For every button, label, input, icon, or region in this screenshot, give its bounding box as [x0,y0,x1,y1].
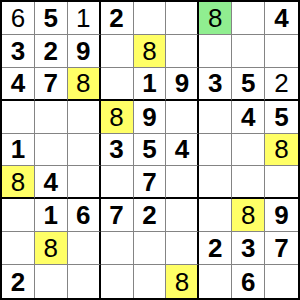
cell-r2c9[interactable] [265,35,298,68]
cell-r2c5[interactable]: 8 [134,35,167,68]
cell-r2c8[interactable] [232,35,265,68]
cell-r8c9[interactable]: 7 [265,232,298,265]
cell-r4c5[interactable]: 9 [134,101,167,134]
cell-r9c5[interactable] [134,265,167,298]
cell-r5c2[interactable] [35,134,68,167]
cell-r5c6[interactable]: 4 [166,134,199,167]
cell-r3c9[interactable]: 2 [265,68,298,101]
cell-r8c3[interactable] [68,232,101,265]
cell-r2c2[interactable]: 2 [35,35,68,68]
cell-r5c7[interactable] [199,134,232,167]
cell-r9c9[interactable] [265,265,298,298]
cell-r6c1[interactable]: 8 [2,166,35,199]
cell-r7c3[interactable]: 6 [68,199,101,232]
cell-r3c6[interactable]: 9 [166,68,199,101]
cell-r5c9[interactable]: 8 [265,134,298,167]
cell-r9c6[interactable]: 8 [166,265,199,298]
sudoku-board: 6512843298478193528945135488471672898237… [0,0,300,300]
cell-r7c5[interactable]: 2 [134,199,167,232]
cell-r3c1[interactable]: 4 [2,68,35,101]
cell-r3c4[interactable] [101,68,134,101]
cell-r8c2[interactable]: 8 [35,232,68,265]
cell-r6c6[interactable] [166,166,199,199]
cell-r5c8[interactable] [232,134,265,167]
cell-r1c5[interactable] [134,2,167,35]
cell-r9c7[interactable] [199,265,232,298]
cell-r8c6[interactable] [166,232,199,265]
cell-r2c6[interactable] [166,35,199,68]
cell-r9c1[interactable]: 2 [2,265,35,298]
cell-r8c8[interactable]: 3 [232,232,265,265]
cell-r5c1[interactable]: 1 [2,134,35,167]
cell-r6c8[interactable] [232,166,265,199]
cell-r1c6[interactable] [166,2,199,35]
cell-r6c4[interactable] [101,166,134,199]
cell-r8c5[interactable] [134,232,167,265]
cell-r4c8[interactable]: 4 [232,101,265,134]
cell-r7c4[interactable]: 7 [101,199,134,232]
cell-r4c3[interactable] [68,101,101,134]
cell-r1c2[interactable]: 5 [35,2,68,35]
cell-r7c9[interactable]: 9 [265,199,298,232]
cell-r4c2[interactable] [35,101,68,134]
cell-r4c1[interactable] [2,101,35,134]
cell-r8c7[interactable]: 2 [199,232,232,265]
cell-r8c4[interactable] [101,232,134,265]
cell-r6c3[interactable] [68,166,101,199]
cell-r7c1[interactable] [2,199,35,232]
cell-r2c7[interactable] [199,35,232,68]
cell-r1c3[interactable]: 1 [68,2,101,35]
cell-r3c5[interactable]: 1 [134,68,167,101]
cell-r5c3[interactable] [68,134,101,167]
cell-r9c4[interactable] [101,265,134,298]
cell-r4c4[interactable]: 8 [101,101,134,134]
cell-r3c7[interactable]: 3 [199,68,232,101]
cell-r7c2[interactable]: 1 [35,199,68,232]
cell-r7c7[interactable] [199,199,232,232]
cell-r6c2[interactable]: 4 [35,166,68,199]
cell-r6c7[interactable] [199,166,232,199]
cell-r4c6[interactable] [166,101,199,134]
cell-r1c8[interactable] [232,2,265,35]
cell-r1c4[interactable]: 2 [101,2,134,35]
cell-r1c9[interactable]: 4 [265,2,298,35]
cell-r1c1[interactable]: 6 [2,2,35,35]
cell-r7c6[interactable] [166,199,199,232]
cell-r8c1[interactable] [2,232,35,265]
cell-r4c9[interactable]: 5 [265,101,298,134]
cell-r4c7[interactable] [199,101,232,134]
cell-r5c5[interactable]: 5 [134,134,167,167]
cell-r9c2[interactable] [35,265,68,298]
cell-r6c9[interactable] [265,166,298,199]
cell-r1c7[interactable]: 8 [199,2,232,35]
cell-r3c2[interactable]: 7 [35,68,68,101]
cell-r2c3[interactable]: 9 [68,35,101,68]
cell-r9c3[interactable] [68,265,101,298]
cell-r2c4[interactable] [101,35,134,68]
cell-r3c3[interactable]: 8 [68,68,101,101]
cell-r6c5[interactable]: 7 [134,166,167,199]
cell-r3c8[interactable]: 5 [232,68,265,101]
cell-r7c8[interactable]: 8 [232,199,265,232]
cell-r2c1[interactable]: 3 [2,35,35,68]
cell-r5c4[interactable]: 3 [101,134,134,167]
cell-r9c8[interactable]: 6 [232,265,265,298]
